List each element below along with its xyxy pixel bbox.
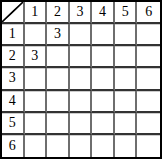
col-header-1: 1 bbox=[25, 2, 48, 24]
row-header-4: 4 bbox=[2, 91, 25, 113]
corner-diagonal-cell bbox=[2, 2, 25, 24]
cell-r3-c4[interactable] bbox=[92, 68, 115, 90]
cell-r2-c5[interactable] bbox=[115, 46, 138, 68]
cell-r6-c3[interactable] bbox=[70, 135, 93, 157]
cell-r1-c5[interactable] bbox=[115, 24, 138, 46]
col-header-5: 5 bbox=[115, 2, 138, 24]
row-header-2: 2 bbox=[2, 46, 25, 68]
cell-r1-c1[interactable] bbox=[25, 24, 48, 46]
cell-r4-c1[interactable] bbox=[25, 91, 48, 113]
cell-r5-c2[interactable] bbox=[47, 113, 70, 135]
cell-r6-c4[interactable] bbox=[92, 135, 115, 157]
cell-r4-c4[interactable] bbox=[92, 91, 115, 113]
cell-r2-c4[interactable] bbox=[92, 46, 115, 68]
cell-r2-c1[interactable]: 3 bbox=[25, 46, 48, 68]
cell-r3-c2[interactable] bbox=[47, 68, 70, 90]
cell-r1-c4[interactable] bbox=[92, 24, 115, 46]
cell-r6-c1[interactable] bbox=[25, 135, 48, 157]
cell-r1-c2[interactable]: 3 bbox=[47, 24, 70, 46]
cell-r2-c2[interactable] bbox=[47, 46, 70, 68]
col-header-3: 3 bbox=[70, 2, 93, 24]
cell-r5-c3[interactable] bbox=[70, 113, 93, 135]
cell-r2-c3[interactable] bbox=[70, 46, 93, 68]
cell-r5-c4[interactable] bbox=[92, 113, 115, 135]
matrix-grid: 12345613233456 bbox=[0, 0, 162, 159]
cell-r4-c5[interactable] bbox=[115, 91, 138, 113]
row-header-3: 3 bbox=[2, 68, 25, 90]
col-header-4: 4 bbox=[92, 2, 115, 24]
col-header-2: 2 bbox=[47, 2, 70, 24]
cell-r6-c6[interactable] bbox=[137, 135, 160, 157]
row-header-5: 5 bbox=[2, 113, 25, 135]
cell-r6-c2[interactable] bbox=[47, 135, 70, 157]
cell-r3-c5[interactable] bbox=[115, 68, 138, 90]
cell-r4-c6[interactable] bbox=[137, 91, 160, 113]
cell-r1-c3[interactable] bbox=[70, 24, 93, 46]
cell-r3-c3[interactable] bbox=[70, 68, 93, 90]
cell-r4-c2[interactable] bbox=[47, 91, 70, 113]
col-header-6: 6 bbox=[137, 2, 160, 24]
cell-r2-c6[interactable] bbox=[137, 46, 160, 68]
cell-r5-c5[interactable] bbox=[115, 113, 138, 135]
cell-r5-c6[interactable] bbox=[137, 113, 160, 135]
cell-r6-c5[interactable] bbox=[115, 135, 138, 157]
row-header-1: 1 bbox=[2, 24, 25, 46]
cell-r3-c6[interactable] bbox=[137, 68, 160, 90]
cell-r1-c6[interactable] bbox=[137, 24, 160, 46]
cell-r5-c1[interactable] bbox=[25, 113, 48, 135]
row-header-6: 6 bbox=[2, 135, 25, 157]
cell-r3-c1[interactable] bbox=[25, 68, 48, 90]
cell-r4-c3[interactable] bbox=[70, 91, 93, 113]
